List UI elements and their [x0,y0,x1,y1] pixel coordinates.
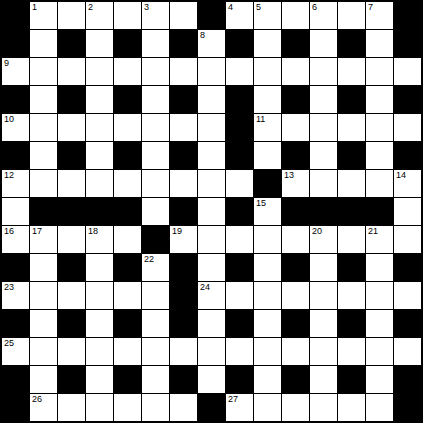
cell-0-9[interactable]: 5 [254,2,281,29]
cell-7-0[interactable] [2,198,29,225]
cell-14-8[interactable]: 27 [226,394,253,421]
cell-4-5[interactable] [142,114,169,141]
cell-14-9[interactable] [254,394,281,421]
cell-6-1[interactable] [30,170,57,197]
black-cell-11-10 [282,310,309,337]
cell-1-7[interactable]: 8 [198,30,225,57]
cell-9-11[interactable] [310,254,337,281]
black-cell-7-10 [282,198,309,225]
cell-2-9[interactable] [254,58,281,85]
cell-2-12[interactable] [338,58,365,85]
cell-2-7[interactable] [198,58,225,85]
black-cell-13-10 [282,366,309,393]
cell-1-9[interactable] [254,30,281,57]
cell-8-7[interactable] [198,226,225,253]
cell-13-7[interactable] [198,366,225,393]
clue-number-21: 21 [368,226,378,237]
cell-8-10[interactable] [282,226,309,253]
cell-10-3[interactable] [86,282,113,309]
black-cell-7-12 [338,198,365,225]
cell-10-0[interactable]: 23 [2,282,29,309]
black-cell-7-4 [114,198,141,225]
cell-4-14[interactable] [394,114,421,141]
cell-5-11[interactable] [310,142,337,169]
black-cell-1-10 [282,30,309,57]
cell-14-3[interactable] [86,394,113,421]
cell-13-3[interactable] [86,366,113,393]
cell-0-1[interactable]: 1 [30,2,57,29]
clue-number-8: 8 [200,30,205,41]
cell-3-7[interactable] [198,86,225,113]
cell-4-11[interactable] [310,114,337,141]
cell-8-8[interactable] [226,226,253,253]
cell-7-5[interactable] [142,198,169,225]
black-cell-13-0 [2,366,29,393]
cell-12-12[interactable] [338,338,365,365]
cell-12-11[interactable] [310,338,337,365]
cell-12-13[interactable] [366,338,393,365]
cell-1-3[interactable] [86,30,113,57]
cell-7-9[interactable]: 15 [254,198,281,225]
clue-number-10: 10 [4,114,14,125]
cell-12-4[interactable] [114,338,141,365]
cell-0-11[interactable]: 6 [310,2,337,29]
cell-4-4[interactable] [114,114,141,141]
cell-6-10[interactable]: 13 [282,170,309,197]
black-cell-8-5 [142,226,169,253]
cell-2-0[interactable]: 9 [2,58,29,85]
clue-number-3: 3 [144,2,149,13]
cell-3-13[interactable] [366,86,393,113]
cell-14-1[interactable]: 26 [30,394,57,421]
cell-13-9[interactable] [254,366,281,393]
black-cell-7-13 [366,198,393,225]
cell-9-1[interactable] [30,254,57,281]
cell-0-8[interactable]: 4 [226,2,253,29]
black-cell-3-2 [58,86,85,113]
black-cell-11-4 [114,310,141,337]
cell-11-9[interactable] [254,310,281,337]
cell-0-3[interactable]: 2 [86,2,113,29]
cell-0-5[interactable]: 3 [142,2,169,29]
cell-4-1[interactable] [30,114,57,141]
black-cell-5-0 [2,142,29,169]
black-cell-11-12 [338,310,365,337]
cell-6-13[interactable] [366,170,393,197]
clue-number-15: 15 [256,198,266,209]
cell-4-2[interactable] [58,114,85,141]
cell-9-7[interactable] [198,254,225,281]
cell-13-5[interactable] [142,366,169,393]
cell-3-9[interactable] [254,86,281,113]
cell-12-10[interactable] [282,338,309,365]
clue-number-9: 9 [4,58,9,69]
black-cell-11-6 [170,310,197,337]
clue-number-11: 11 [256,114,265,125]
black-cell-11-2 [58,310,85,337]
cell-0-10[interactable] [282,2,309,29]
cell-11-11[interactable] [310,310,337,337]
black-cell-13-8 [226,366,253,393]
cell-8-3[interactable]: 18 [86,226,113,253]
cell-6-2[interactable] [58,170,85,197]
clue-number-22: 22 [144,254,154,265]
cell-2-6[interactable] [170,58,197,85]
cell-9-13[interactable] [366,254,393,281]
cell-8-11[interactable]: 20 [310,226,337,253]
cell-7-14[interactable] [394,198,421,225]
cell-4-9[interactable]: 11 [254,114,281,141]
black-cell-5-14 [394,142,421,169]
cell-0-13[interactable]: 7 [366,2,393,29]
cell-10-8[interactable] [226,282,253,309]
cell-14-4[interactable] [114,394,141,421]
black-cell-9-12 [338,254,365,281]
clue-number-24: 24 [200,282,210,293]
cell-5-9[interactable] [254,142,281,169]
black-cell-0-7 [198,2,225,29]
black-cell-3-4 [114,86,141,113]
cell-13-13[interactable] [366,366,393,393]
cell-2-3[interactable] [86,58,113,85]
cell-1-11[interactable] [310,30,337,57]
cell-2-1[interactable] [30,58,57,85]
cell-1-1[interactable] [30,30,57,57]
clue-number-19: 19 [172,226,182,237]
crossword-board: 1234567891011121314151617181920212223242… [0,0,423,423]
black-cell-13-6 [170,366,197,393]
black-cell-1-6 [170,30,197,57]
black-cell-3-14 [394,86,421,113]
cell-12-3[interactable] [86,338,113,365]
cell-14-12[interactable] [338,394,365,421]
cell-2-14[interactable] [394,58,421,85]
cell-6-4[interactable] [114,170,141,197]
cell-8-12[interactable] [338,226,365,253]
cell-8-13[interactable]: 21 [366,226,393,253]
cell-6-12[interactable] [338,170,365,197]
black-cell-1-0 [2,30,29,57]
black-cell-7-3 [86,198,113,225]
cell-11-3[interactable] [86,310,113,337]
cell-5-7[interactable] [198,142,225,169]
black-cell-1-2 [58,30,85,57]
cell-2-10[interactable] [282,58,309,85]
cell-4-7[interactable] [198,114,225,141]
cell-2-13[interactable] [366,58,393,85]
cell-12-7[interactable] [198,338,225,365]
cell-10-9[interactable] [254,282,281,309]
black-cell-5-6 [170,142,197,169]
cell-10-14[interactable] [394,282,421,309]
clue-number-6: 6 [312,2,317,13]
clue-number-13: 13 [284,170,294,181]
cell-12-14[interactable] [394,338,421,365]
cell-4-12[interactable] [338,114,365,141]
cell-8-0[interactable]: 16 [2,226,29,253]
cell-8-9[interactable] [254,226,281,253]
clue-number-20: 20 [312,226,322,237]
cell-0-12[interactable] [338,2,365,29]
black-cell-7-2 [58,198,85,225]
clue-number-26: 26 [32,394,42,405]
cell-5-1[interactable] [30,142,57,169]
black-cell-0-14 [394,2,421,29]
black-cell-6-9 [254,170,281,197]
clue-number-17: 17 [32,226,42,237]
cell-10-1[interactable] [30,282,57,309]
clue-number-7: 7 [368,2,373,13]
cell-12-8[interactable] [226,338,253,365]
cell-4-13[interactable] [366,114,393,141]
cell-11-5[interactable] [142,310,169,337]
cell-6-7[interactable] [198,170,225,197]
black-cell-10-6 [170,282,197,309]
clue-number-5: 5 [256,2,261,13]
black-cell-13-12 [338,366,365,393]
black-cell-9-10 [282,254,309,281]
black-cell-13-14 [394,366,421,393]
cell-0-6[interactable] [170,2,197,29]
cell-12-2[interactable] [58,338,85,365]
black-cell-11-0 [2,310,29,337]
cell-12-0[interactable]: 25 [2,338,29,365]
cell-1-13[interactable] [366,30,393,57]
cell-2-5[interactable] [142,58,169,85]
black-cell-3-8 [226,86,253,113]
black-cell-7-1 [30,198,57,225]
black-cell-9-8 [226,254,253,281]
black-cell-9-2 [58,254,85,281]
cell-3-11[interactable] [310,86,337,113]
cell-9-9[interactable] [254,254,281,281]
cell-12-1[interactable] [30,338,57,365]
cell-6-14[interactable]: 14 [394,170,421,197]
black-cell-4-8 [226,114,253,141]
cell-8-4[interactable] [114,226,141,253]
clue-number-16: 16 [4,226,14,237]
black-cell-3-0 [2,86,29,113]
cell-10-11[interactable] [310,282,337,309]
clue-number-27: 27 [228,394,238,405]
cell-3-3[interactable] [86,86,113,113]
black-cell-5-12 [338,142,365,169]
black-cell-3-10 [282,86,309,113]
cell-12-9[interactable] [254,338,281,365]
black-cell-9-0 [2,254,29,281]
black-cell-9-6 [170,254,197,281]
cell-12-6[interactable] [170,338,197,365]
black-cell-14-0 [2,394,29,421]
cell-14-10[interactable] [282,394,309,421]
cell-9-5[interactable]: 22 [142,254,169,281]
cell-6-8[interactable] [226,170,253,197]
cell-6-0[interactable]: 12 [2,170,29,197]
cell-10-7[interactable]: 24 [198,282,225,309]
clue-number-18: 18 [88,226,98,237]
cell-6-5[interactable] [142,170,169,197]
cell-8-14[interactable] [394,226,421,253]
black-cell-9-14 [394,254,421,281]
black-cell-14-14 [394,394,421,421]
black-cell-1-4 [114,30,141,57]
cell-4-0[interactable]: 10 [2,114,29,141]
cell-0-4[interactable] [114,2,141,29]
black-cell-5-8 [226,142,253,169]
cell-14-6[interactable] [170,394,197,421]
cell-5-13[interactable] [366,142,393,169]
cell-13-1[interactable] [30,366,57,393]
cell-14-2[interactable] [58,394,85,421]
cell-3-1[interactable] [30,86,57,113]
cell-10-5[interactable] [142,282,169,309]
cell-5-5[interactable] [142,142,169,169]
cell-2-2[interactable] [58,58,85,85]
black-cell-9-4 [114,254,141,281]
black-cell-3-12 [338,86,365,113]
cell-13-11[interactable] [310,366,337,393]
cell-14-13[interactable] [366,394,393,421]
cell-6-11[interactable] [310,170,337,197]
black-cell-14-7 [198,394,225,421]
cell-7-7[interactable] [198,198,225,225]
cell-0-2[interactable] [58,2,85,29]
black-cell-1-8 [226,30,253,57]
cell-10-12[interactable] [338,282,365,309]
clue-number-25: 25 [4,338,14,349]
black-cell-3-6 [170,86,197,113]
cell-6-6[interactable] [170,170,197,197]
cell-14-5[interactable] [142,394,169,421]
cell-6-3[interactable] [86,170,113,197]
black-cell-7-11 [310,198,337,225]
cell-10-10[interactable] [282,282,309,309]
clue-number-2: 2 [88,2,93,13]
black-cell-11-14 [394,310,421,337]
clue-number-4: 4 [228,2,233,13]
cell-11-13[interactable] [366,310,393,337]
black-cell-7-6 [170,198,197,225]
cell-4-3[interactable] [86,114,113,141]
black-cell-13-2 [58,366,85,393]
cell-14-11[interactable] [310,394,337,421]
cell-5-3[interactable] [86,142,113,169]
cell-11-7[interactable] [198,310,225,337]
clue-number-1: 1 [32,2,37,13]
cell-8-2[interactable] [58,226,85,253]
cell-2-4[interactable] [114,58,141,85]
clue-number-23: 23 [4,282,14,293]
cell-2-8[interactable] [226,58,253,85]
cell-9-3[interactable] [86,254,113,281]
cell-8-6[interactable]: 19 [170,226,197,253]
cell-12-5[interactable] [142,338,169,365]
black-cell-7-8 [226,198,253,225]
black-cell-1-12 [338,30,365,57]
black-cell-13-4 [114,366,141,393]
cell-3-5[interactable] [142,86,169,113]
black-cell-11-8 [226,310,253,337]
black-cell-1-14 [394,30,421,57]
black-cell-0-0 [2,2,29,29]
clue-number-12: 12 [4,170,14,181]
cell-10-4[interactable] [114,282,141,309]
cell-1-5[interactable] [142,30,169,57]
black-cell-5-4 [114,142,141,169]
clue-number-14: 14 [396,170,406,181]
cell-11-1[interactable] [30,310,57,337]
black-cell-5-10 [282,142,309,169]
cell-10-13[interactable] [366,282,393,309]
cell-8-1[interactable]: 17 [30,226,57,253]
cell-2-11[interactable] [310,58,337,85]
black-cell-5-2 [58,142,85,169]
cell-4-10[interactable] [282,114,309,141]
cell-10-2[interactable] [58,282,85,309]
cell-4-6[interactable] [170,114,197,141]
